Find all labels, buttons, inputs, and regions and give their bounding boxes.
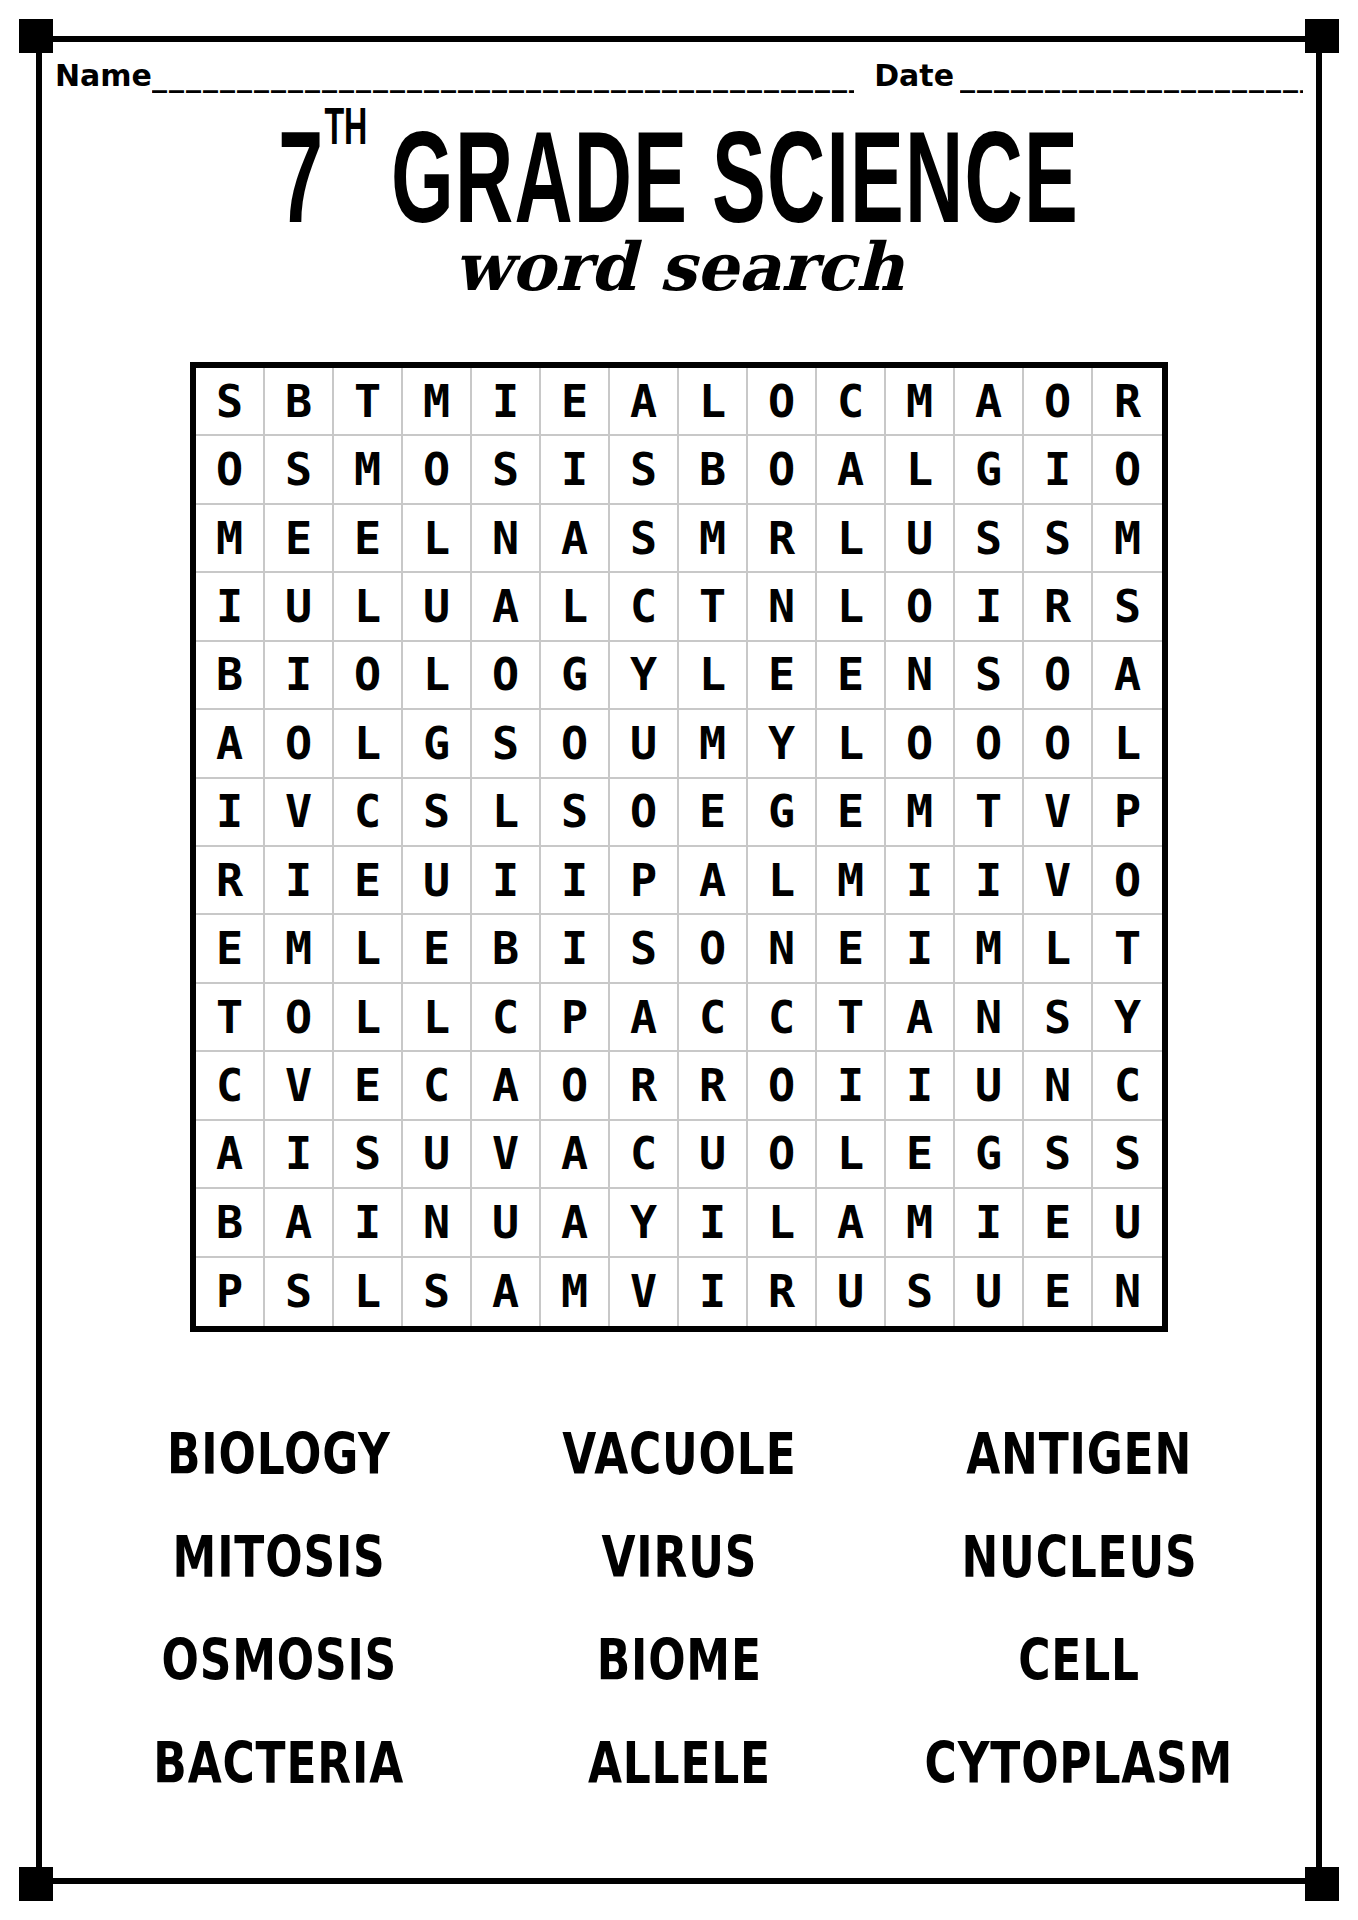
- grid-cell-r13c7[interactable]: Y: [610, 1189, 679, 1257]
- grid-cell-r12c6[interactable]: A: [541, 1121, 610, 1189]
- word-list-item-osmosis[interactable]: OSMOSIS: [79, 1608, 479, 1711]
- grid-cell-r11c3[interactable]: E: [334, 1052, 403, 1120]
- grid-cell-r14c11[interactable]: S: [886, 1258, 955, 1326]
- grid-cell-r8c14[interactable]: O: [1093, 847, 1162, 915]
- grid-cell-r12c11[interactable]: E: [886, 1121, 955, 1189]
- grid-cell-r4c12[interactable]: I: [955, 573, 1024, 641]
- grid-cell-r10c13[interactable]: S: [1024, 984, 1093, 1052]
- grid-cell-r7c12[interactable]: T: [955, 779, 1024, 847]
- grid-cell-r7c8[interactable]: E: [679, 779, 748, 847]
- grid-cell-r2c10[interactable]: A: [817, 436, 886, 504]
- grid-cell-r7c5[interactable]: L: [472, 779, 541, 847]
- grid-cell-r4c4[interactable]: U: [403, 573, 472, 641]
- grid-cell-r11c10[interactable]: I: [817, 1052, 886, 1120]
- grid-cell-r4c13[interactable]: R: [1024, 573, 1093, 641]
- grid-cell-r8c5[interactable]: I: [472, 847, 541, 915]
- word-list-item-biome[interactable]: BIOME: [479, 1608, 879, 1711]
- grid-cell-r1c11[interactable]: M: [886, 368, 955, 436]
- grid-cell-r4c3[interactable]: L: [334, 573, 403, 641]
- grid-cell-r10c4[interactable]: L: [403, 984, 472, 1052]
- word-list-item-bacteria[interactable]: BACTERIA: [79, 1711, 479, 1814]
- grid-cell-r1c13[interactable]: O: [1024, 368, 1093, 436]
- grid-cell-r6c3[interactable]: L: [334, 710, 403, 778]
- grid-cell-r5c12[interactable]: S: [955, 642, 1024, 710]
- grid-cell-r6c2[interactable]: O: [265, 710, 334, 778]
- grid-cell-r4c6[interactable]: L: [541, 573, 610, 641]
- grid-cell-r10c7[interactable]: A: [610, 984, 679, 1052]
- grid-cell-r14c13[interactable]: E: [1024, 1258, 1093, 1326]
- grid-cell-r3c2[interactable]: E: [265, 505, 334, 573]
- grid-cell-r11c2[interactable]: V: [265, 1052, 334, 1120]
- grid-cell-r10c1[interactable]: T: [196, 984, 265, 1052]
- grid-cell-r11c6[interactable]: O: [541, 1052, 610, 1120]
- grid-cell-r14c8[interactable]: I: [679, 1258, 748, 1326]
- grid-cell-r4c9[interactable]: N: [748, 573, 817, 641]
- frame-corner-top-right: [1305, 19, 1339, 53]
- grid-cell-r13c13[interactable]: E: [1024, 1189, 1093, 1257]
- grid-cell-r2c14[interactable]: O: [1093, 436, 1162, 504]
- grid-cell-r13c14[interactable]: U: [1093, 1189, 1162, 1257]
- grid-cell-r2c8[interactable]: B: [679, 436, 748, 504]
- grid-cell-r1c2[interactable]: B: [265, 368, 334, 436]
- grid-cell-r7c3[interactable]: C: [334, 779, 403, 847]
- grid-cell-r11c13[interactable]: N: [1024, 1052, 1093, 1120]
- header: Name____________________________________…: [55, 58, 1303, 93]
- grid-cell-r7c13[interactable]: V: [1024, 779, 1093, 847]
- grid-cell-r1c7[interactable]: A: [610, 368, 679, 436]
- word-list-item-cell[interactable]: CELL: [879, 1608, 1279, 1711]
- grid-cell-r13c6[interactable]: A: [541, 1189, 610, 1257]
- grid-cell-r1c5[interactable]: I: [472, 368, 541, 436]
- grid-cell-r8c12[interactable]: I: [955, 847, 1024, 915]
- grid-cell-r9c7[interactable]: S: [610, 915, 679, 983]
- grid-cell-r12c9[interactable]: O: [748, 1121, 817, 1189]
- grid-cell-r14c6[interactable]: M: [541, 1258, 610, 1326]
- grid-cell-r5c4[interactable]: L: [403, 642, 472, 710]
- grid-cell-r14c3[interactable]: L: [334, 1258, 403, 1326]
- name-blank-line: ________________________________________…: [152, 58, 854, 93]
- grid-cell-r5c1[interactable]: B: [196, 642, 265, 710]
- grid-cell-r9c1[interactable]: E: [196, 915, 265, 983]
- grid-cell-r4c11[interactable]: O: [886, 573, 955, 641]
- grid-cell-r6c4[interactable]: G: [403, 710, 472, 778]
- grid-cell-r14c12[interactable]: U: [955, 1258, 1024, 1326]
- grid-cell-r6c13[interactable]: O: [1024, 710, 1093, 778]
- grid-cell-r10c2[interactable]: O: [265, 984, 334, 1052]
- grid-cell-r12c10[interactable]: L: [817, 1121, 886, 1189]
- grid-cell-r11c1[interactable]: C: [196, 1052, 265, 1120]
- word-list-item-antigen[interactable]: ANTIGEN: [879, 1402, 1279, 1505]
- grid-cell-r4c2[interactable]: U: [265, 573, 334, 641]
- grid-cell-r3c4[interactable]: L: [403, 505, 472, 573]
- grid-cell-r11c9[interactable]: O: [748, 1052, 817, 1120]
- grid-cell-r7c6[interactable]: S: [541, 779, 610, 847]
- grid-cell-r12c12[interactable]: G: [955, 1121, 1024, 1189]
- grid-cell-r2c9[interactable]: O: [748, 436, 817, 504]
- grid-cell-r6c5[interactable]: S: [472, 710, 541, 778]
- grid-cell-r1c4[interactable]: M: [403, 368, 472, 436]
- grid-cell-r7c9[interactable]: G: [748, 779, 817, 847]
- grid-cell-r3c1[interactable]: M: [196, 505, 265, 573]
- grid-cell-r12c13[interactable]: S: [1024, 1121, 1093, 1189]
- grid-cell-r10c11[interactable]: A: [886, 984, 955, 1052]
- frame-corner-bottom-left: [19, 1867, 53, 1901]
- grid-cell-r6c7[interactable]: U: [610, 710, 679, 778]
- grid-cell-r13c10[interactable]: A: [817, 1189, 886, 1257]
- grid-cell-r2c1[interactable]: O: [196, 436, 265, 504]
- grid-cell-r5c13[interactable]: O: [1024, 642, 1093, 710]
- grid-cell-r9c6[interactable]: I: [541, 915, 610, 983]
- grid-cell-r8c1[interactable]: R: [196, 847, 265, 915]
- grid-cell-r3c9[interactable]: R: [748, 505, 817, 573]
- grid-cell-r5c14[interactable]: A: [1093, 642, 1162, 710]
- grid-cell-r2c12[interactable]: G: [955, 436, 1024, 504]
- grid-cell-r14c2[interactable]: S: [265, 1258, 334, 1326]
- grid-cell-r8c6[interactable]: I: [541, 847, 610, 915]
- grid-cell-r1c1[interactable]: S: [196, 368, 265, 436]
- grid-cell-r6c1[interactable]: A: [196, 710, 265, 778]
- grid-cell-r10c9[interactable]: C: [748, 984, 817, 1052]
- grid-cell-r12c14[interactable]: S: [1093, 1121, 1162, 1189]
- word-list: BIOLOGYVACUOLEANTIGENMITOSISVIRUSNUCLEUS…: [79, 1402, 1279, 1814]
- word-list-item-nucleus[interactable]: NUCLEUS: [879, 1505, 1279, 1608]
- grid-cell-r13c2[interactable]: A: [265, 1189, 334, 1257]
- grid-cell-r3c6[interactable]: A: [541, 505, 610, 573]
- grid-cell-r13c8[interactable]: I: [679, 1189, 748, 1257]
- grid-cell-r14c4[interactable]: S: [403, 1258, 472, 1326]
- grid-cell-r13c1[interactable]: B: [196, 1189, 265, 1257]
- grid-cell-r10c6[interactable]: P: [541, 984, 610, 1052]
- grid-cell-r1c6[interactable]: E: [541, 368, 610, 436]
- grid-cell-r7c10[interactable]: E: [817, 779, 886, 847]
- grid-cell-r3c11[interactable]: U: [886, 505, 955, 573]
- frame-corner-top-left: [19, 19, 53, 53]
- grid-cell-r5c2[interactable]: I: [265, 642, 334, 710]
- grid-cell-r6c14[interactable]: L: [1093, 710, 1162, 778]
- grid-cell-r1c8[interactable]: L: [679, 368, 748, 436]
- grid-cell-r13c3[interactable]: I: [334, 1189, 403, 1257]
- grid-cell-r2c7[interactable]: S: [610, 436, 679, 504]
- grid-cell-r6c6[interactable]: O: [541, 710, 610, 778]
- grid-cell-r4c10[interactable]: L: [817, 573, 886, 641]
- grid-cell-r9c12[interactable]: M: [955, 915, 1024, 983]
- grid-cell-r13c11[interactable]: M: [886, 1189, 955, 1257]
- grid-cell-r3c8[interactable]: M: [679, 505, 748, 573]
- frame-corner-bottom-right: [1305, 1867, 1339, 1901]
- grid-cell-r2c13[interactable]: I: [1024, 436, 1093, 504]
- date-blank-line: _____________________: [960, 58, 1303, 93]
- grid-cell-r10c5[interactable]: C: [472, 984, 541, 1052]
- grid-cell-r14c5[interactable]: A: [472, 1258, 541, 1326]
- grid-cell-r1c9[interactable]: O: [748, 368, 817, 436]
- word-list-item-virus[interactable]: VIRUS: [479, 1505, 879, 1608]
- grid-cell-r11c12[interactable]: U: [955, 1052, 1024, 1120]
- grid-cell-r2c5[interactable]: S: [472, 436, 541, 504]
- grid-cell-r5c5[interactable]: O: [472, 642, 541, 710]
- grid-cell-r9c3[interactable]: L: [334, 915, 403, 983]
- grid-cell-r8c7[interactable]: P: [610, 847, 679, 915]
- grid-cell-r8c4[interactable]: U: [403, 847, 472, 915]
- grid-cell-r3c7[interactable]: S: [610, 505, 679, 573]
- grid-cell-r9c5[interactable]: B: [472, 915, 541, 983]
- word-search-grid: SBTMIEALOCMAOROSMOSISBOALGIOMEELNASMRLUS…: [190, 362, 1168, 1332]
- grid-cell-r5c11[interactable]: N: [886, 642, 955, 710]
- grid-cell-r12c4[interactable]: U: [403, 1121, 472, 1189]
- grid-cell-r5c9[interactable]: E: [748, 642, 817, 710]
- grid-cell-r2c4[interactable]: O: [403, 436, 472, 504]
- name-label: Name: [55, 58, 152, 93]
- grid-cell-r9c11[interactable]: I: [886, 915, 955, 983]
- grid-cell-r5c6[interactable]: G: [541, 642, 610, 710]
- grid-cell-r10c10[interactable]: T: [817, 984, 886, 1052]
- grid-cell-r7c11[interactable]: M: [886, 779, 955, 847]
- grid-cell-r12c7[interactable]: C: [610, 1121, 679, 1189]
- grid-cell-r6c9[interactable]: Y: [748, 710, 817, 778]
- grid-cell-r11c5[interactable]: A: [472, 1052, 541, 1120]
- grid-cell-r9c10[interactable]: E: [817, 915, 886, 983]
- date-label: Date: [874, 58, 954, 93]
- grid-cell-r4c1[interactable]: I: [196, 573, 265, 641]
- grid-cell-r14c1[interactable]: P: [196, 1258, 265, 1326]
- grid-cell-r10c8[interactable]: C: [679, 984, 748, 1052]
- grid-cell-r3c10[interactable]: L: [817, 505, 886, 573]
- grid-cell-r9c9[interactable]: N: [748, 915, 817, 983]
- grid-cell-r8c10[interactable]: M: [817, 847, 886, 915]
- grid-cell-r9c14[interactable]: T: [1093, 915, 1162, 983]
- grid-cell-r9c8[interactable]: O: [679, 915, 748, 983]
- grid-cell-r12c2[interactable]: I: [265, 1121, 334, 1189]
- grid-cell-r9c4[interactable]: E: [403, 915, 472, 983]
- word-list-item-biology[interactable]: BIOLOGY: [79, 1402, 479, 1505]
- grid-cell-r11c8[interactable]: R: [679, 1052, 748, 1120]
- grid-cell-r1c3[interactable]: T: [334, 368, 403, 436]
- grid-cell-r7c4[interactable]: S: [403, 779, 472, 847]
- grid-cell-r11c4[interactable]: C: [403, 1052, 472, 1120]
- grid-cell-r3c5[interactable]: N: [472, 505, 541, 573]
- grid-cell-r4c8[interactable]: T: [679, 573, 748, 641]
- grid-cell-r2c11[interactable]: L: [886, 436, 955, 504]
- word-list-item-mitosis[interactable]: MITOSIS: [79, 1505, 479, 1608]
- grid-cell-r2c2[interactable]: S: [265, 436, 334, 504]
- grid-cell-r2c6[interactable]: I: [541, 436, 610, 504]
- grid-cell-r1c14[interactable]: R: [1093, 368, 1162, 436]
- grid-cell-r8c13[interactable]: V: [1024, 847, 1093, 915]
- grid-cell-r1c10[interactable]: C: [817, 368, 886, 436]
- grid-cell-r8c2[interactable]: I: [265, 847, 334, 915]
- grid-cell-r3c3[interactable]: E: [334, 505, 403, 573]
- grid-cell-r4c7[interactable]: C: [610, 573, 679, 641]
- grid-cell-r8c3[interactable]: E: [334, 847, 403, 915]
- grid-cell-r5c7[interactable]: Y: [610, 642, 679, 710]
- grid-cell-r5c3[interactable]: O: [334, 642, 403, 710]
- grid-cell-r12c5[interactable]: V: [472, 1121, 541, 1189]
- grid-cell-r9c13[interactable]: L: [1024, 915, 1093, 983]
- grid-cell-r3c13[interactable]: S: [1024, 505, 1093, 573]
- grid-cell-r4c14[interactable]: S: [1093, 573, 1162, 641]
- grid-cell-r12c8[interactable]: U: [679, 1121, 748, 1189]
- grid-cell-r11c14[interactable]: C: [1093, 1052, 1162, 1120]
- grid-cell-r7c1[interactable]: I: [196, 779, 265, 847]
- grid-cell-r11c7[interactable]: R: [610, 1052, 679, 1120]
- grid-cell-r3c14[interactable]: M: [1093, 505, 1162, 573]
- grid-cell-r8c11[interactable]: I: [886, 847, 955, 915]
- grid-cell-r14c14[interactable]: N: [1093, 1258, 1162, 1326]
- grid-cell-r2c3[interactable]: M: [334, 436, 403, 504]
- grid-cell-r6c11[interactable]: O: [886, 710, 955, 778]
- grid-cell-r13c4[interactable]: N: [403, 1189, 472, 1257]
- grid-cell-r13c5[interactable]: U: [472, 1189, 541, 1257]
- word-list-item-cytoplasm[interactable]: CYTOPLASM: [879, 1711, 1279, 1814]
- grid-cell-r13c9[interactable]: L: [748, 1189, 817, 1257]
- word-list-item-vacuole[interactable]: VACUOLE: [479, 1402, 879, 1505]
- grid-cell-r9c2[interactable]: M: [265, 915, 334, 983]
- grid-cell-r8c8[interactable]: A: [679, 847, 748, 915]
- grid-cell-r7c2[interactable]: V: [265, 779, 334, 847]
- title-ordinal-suffix: TH: [325, 97, 368, 155]
- grid-cell-r14c7[interactable]: V: [610, 1258, 679, 1326]
- page-subtitle: word search: [0, 228, 1358, 306]
- grid-cell-r4c5[interactable]: A: [472, 573, 541, 641]
- grid-cell-r6c12[interactable]: O: [955, 710, 1024, 778]
- grid-cell-r3c12[interactable]: S: [955, 505, 1024, 573]
- grid-cell-r7c7[interactable]: O: [610, 779, 679, 847]
- grid-cell-r1c12[interactable]: A: [955, 368, 1024, 436]
- grid-cell-r14c9[interactable]: R: [748, 1258, 817, 1326]
- grid-cell-r7c14[interactable]: P: [1093, 779, 1162, 847]
- grid-cell-r8c9[interactable]: L: [748, 847, 817, 915]
- grid-cell-r10c3[interactable]: L: [334, 984, 403, 1052]
- grid-cell-r12c3[interactable]: S: [334, 1121, 403, 1189]
- grid-cell-r11c11[interactable]: I: [886, 1052, 955, 1120]
- grid-cell-r6c10[interactable]: L: [817, 710, 886, 778]
- grid-cell-r14c10[interactable]: U: [817, 1258, 886, 1326]
- grid-cell-r13c12[interactable]: I: [955, 1189, 1024, 1257]
- grid-cell-r6c8[interactable]: M: [679, 710, 748, 778]
- grid-cell-r10c12[interactable]: N: [955, 984, 1024, 1052]
- grid-cell-r5c8[interactable]: L: [679, 642, 748, 710]
- word-list-item-allele[interactable]: ALLELE: [479, 1711, 879, 1814]
- grid-cell-r10c14[interactable]: Y: [1093, 984, 1162, 1052]
- grid-cell-r12c1[interactable]: A: [196, 1121, 265, 1189]
- grid-cell-r5c10[interactable]: E: [817, 642, 886, 710]
